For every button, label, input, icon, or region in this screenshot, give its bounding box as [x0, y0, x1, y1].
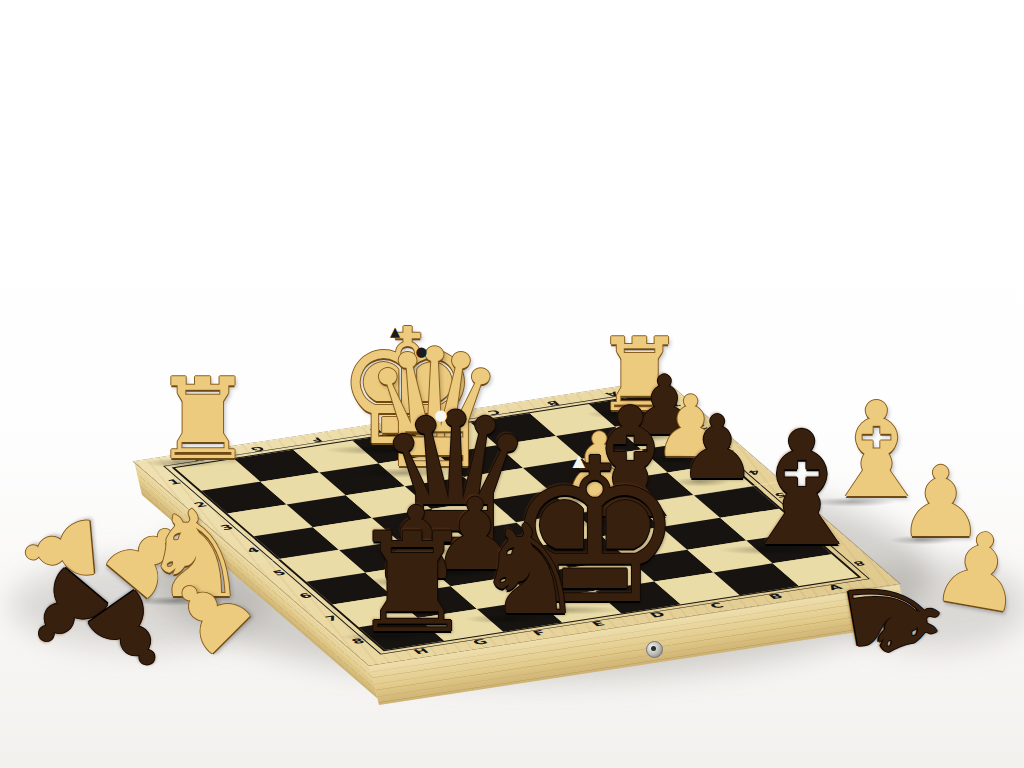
white-queen-finial: ● [361, 345, 482, 358]
left-cluster-shadow [10, 560, 270, 650]
chess-set-photo: HGFEDCBA 12345678 HGFEDCBA 12345678 ♚▲♛●… [0, 0, 1024, 768]
white-pawn: ♟ [897, 461, 969, 541]
clasp-latch [646, 641, 663, 658]
white-bishop: ♝ [817, 395, 914, 503]
white-king-finial: ▲ [336, 325, 454, 338]
bishop-glyph: ♝ [817, 395, 914, 507]
pawn-glyph: ♟ [897, 461, 969, 544]
